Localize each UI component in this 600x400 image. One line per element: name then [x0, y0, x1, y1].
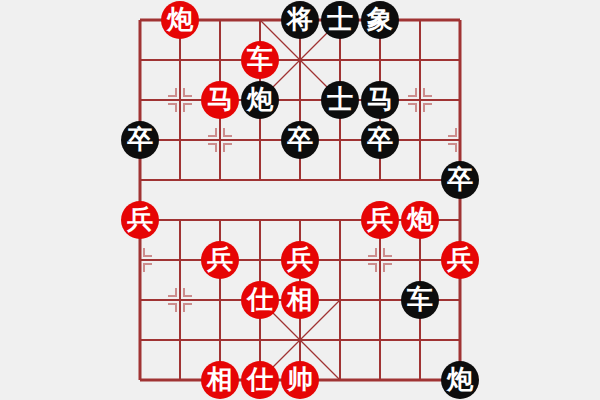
piece-glyph: 士 [327, 86, 353, 112]
xiangqi-board: 炮将士象车马炮士马卒卒卒卒兵兵炮兵兵兵仕相车相仕帅炮 [0, 0, 600, 400]
piece-red-advisor[interactable]: 仕 [241, 281, 279, 319]
piece-glyph: 兵 [287, 246, 313, 272]
piece-black-soldier[interactable]: 卒 [281, 121, 319, 159]
piece-glyph: 相 [207, 366, 233, 392]
piece-glyph: 卒 [447, 166, 473, 192]
piece-black-advisor[interactable]: 士 [321, 81, 359, 119]
piece-glyph: 将 [287, 6, 313, 32]
piece-glyph: 炮 [407, 206, 433, 232]
piece-red-soldier[interactable]: 兵 [441, 241, 479, 279]
piece-red-general[interactable]: 帅 [281, 361, 319, 399]
piece-red-soldier[interactable]: 兵 [361, 201, 399, 239]
piece-black-soldier[interactable]: 卒 [361, 121, 399, 159]
piece-layer: 炮将士象车马炮士马卒卒卒卒兵兵炮兵兵兵仕相车相仕帅炮 [120, 0, 480, 400]
piece-glyph: 车 [407, 286, 433, 312]
piece-red-horse[interactable]: 马 [201, 81, 239, 119]
piece-glyph: 兵 [127, 206, 153, 232]
piece-red-elephant[interactable]: 相 [201, 361, 239, 399]
piece-glyph: 相 [287, 286, 313, 312]
piece-glyph: 马 [207, 86, 233, 112]
piece-glyph: 炮 [167, 6, 193, 32]
piece-red-chariot[interactable]: 车 [241, 41, 279, 79]
piece-glyph: 卒 [367, 126, 393, 152]
piece-black-horse[interactable]: 马 [361, 81, 399, 119]
piece-glyph: 炮 [447, 366, 473, 392]
piece-glyph: 炮 [247, 86, 273, 112]
piece-glyph: 车 [247, 46, 273, 72]
piece-red-elephant[interactable]: 相 [281, 281, 319, 319]
piece-black-chariot[interactable]: 车 [401, 281, 439, 319]
piece-glyph: 马 [367, 86, 393, 112]
piece-red-soldier[interactable]: 兵 [121, 201, 159, 239]
piece-black-cannon[interactable]: 炮 [241, 81, 279, 119]
piece-glyph: 仕 [247, 366, 273, 392]
piece-red-cannon[interactable]: 炮 [401, 201, 439, 239]
piece-red-cannon[interactable]: 炮 [161, 1, 199, 39]
piece-black-soldier[interactable]: 卒 [121, 121, 159, 159]
piece-glyph: 士 [327, 6, 353, 32]
piece-glyph: 兵 [447, 246, 473, 272]
piece-red-soldier[interactable]: 兵 [201, 241, 239, 279]
piece-black-advisor[interactable]: 士 [321, 1, 359, 39]
piece-black-general[interactable]: 将 [281, 1, 319, 39]
piece-red-soldier[interactable]: 兵 [281, 241, 319, 279]
piece-glyph: 象 [367, 6, 393, 32]
piece-black-elephant[interactable]: 象 [361, 1, 399, 39]
piece-black-cannon[interactable]: 炮 [441, 361, 479, 399]
piece-glyph: 帅 [287, 366, 313, 392]
piece-glyph: 兵 [367, 206, 393, 232]
piece-black-soldier[interactable]: 卒 [441, 161, 479, 199]
piece-glyph: 兵 [207, 246, 233, 272]
piece-glyph: 仕 [247, 286, 273, 312]
piece-red-advisor[interactable]: 仕 [241, 361, 279, 399]
piece-glyph: 卒 [127, 126, 153, 152]
piece-glyph: 卒 [287, 126, 313, 152]
